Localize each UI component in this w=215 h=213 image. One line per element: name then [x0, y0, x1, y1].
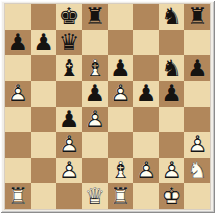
square-b4[interactable] — [31, 107, 57, 133]
white-pawn-outline: ♙ — [84, 108, 105, 131]
black-queen-fill: ♛ — [59, 31, 80, 54]
white-pawn-icon[interactable]: ♟♙ — [159, 158, 185, 184]
white-pawn-outline: ♙ — [161, 159, 182, 182]
black-pawn-icon[interactable]: ♟ — [184, 55, 210, 81]
black-king-icon[interactable]: ♚ — [56, 4, 82, 30]
white-pawn-outline: ♙ — [59, 133, 80, 156]
white-knight-icon[interactable]: ♞♘ — [184, 158, 210, 184]
square-b2[interactable] — [31, 158, 57, 184]
square-g1[interactable]: ♚♔ — [159, 183, 185, 209]
black-rook-fill: ♜ — [187, 5, 208, 28]
square-h2[interactable]: ♞♘ — [184, 158, 210, 184]
square-g6[interactable]: ♞ — [159, 55, 185, 81]
square-a8[interactable] — [5, 4, 31, 30]
square-d3[interactable] — [82, 132, 108, 158]
black-pawn-fill: ♟ — [187, 57, 208, 80]
white-pawn-outline: ♙ — [136, 159, 157, 182]
square-g5[interactable]: ♟ — [159, 81, 185, 107]
black-pawn-icon[interactable]: ♟ — [5, 30, 31, 56]
square-e8[interactable] — [108, 4, 134, 30]
square-a6[interactable] — [5, 55, 31, 81]
square-h8[interactable]: ♜ — [184, 4, 210, 30]
square-h3[interactable]: ♟♙ — [184, 132, 210, 158]
black-pawn-fill: ♟ — [110, 57, 131, 80]
black-pawn-fill: ♟ — [84, 82, 105, 105]
white-bishop-icon[interactable]: ♝♗ — [82, 55, 108, 81]
black-rook-icon[interactable]: ♜ — [82, 4, 108, 30]
black-bishop-fill: ♝ — [59, 57, 80, 80]
black-rook-icon[interactable]: ♜ — [184, 4, 210, 30]
white-queen-outline: ♕ — [84, 185, 105, 208]
square-f7[interactable] — [133, 30, 159, 56]
white-pawn-outline: ♙ — [110, 82, 131, 105]
white-rook-icon[interactable]: ♜♖ — [108, 183, 134, 209]
white-pawn-outline: ♙ — [8, 82, 29, 105]
white-pawn-outline: ♙ — [59, 159, 80, 182]
square-d2[interactable] — [82, 158, 108, 184]
square-e4[interactable] — [108, 107, 134, 133]
white-pawn-icon[interactable]: ♟♙ — [108, 81, 134, 107]
white-rook-outline: ♖ — [110, 185, 131, 208]
white-queen-icon[interactable]: ♛♕ — [82, 183, 108, 209]
black-pawn-icon[interactable]: ♟ — [108, 55, 134, 81]
square-c4[interactable]: ♟ — [56, 107, 82, 133]
square-c7[interactable]: ♛ — [56, 30, 82, 56]
square-d6[interactable]: ♝♗ — [82, 55, 108, 81]
chess-window-frame: ♚♜♞♜♟♟♛♝♝♗♟♞♟♟♙♟♟♙♟♟♟♟♙♟♙♟♙♟♙♝♗♟♙♟♙♞♘♜♖♛… — [0, 0, 215, 213]
square-f5[interactable]: ♟ — [133, 81, 159, 107]
white-bishop-outline: ♗ — [84, 57, 105, 80]
square-e6[interactable]: ♟ — [108, 55, 134, 81]
black-knight-fill: ♞ — [161, 57, 182, 80]
white-pawn-icon[interactable]: ♟♙ — [56, 132, 82, 158]
square-h4[interactable] — [184, 107, 210, 133]
square-f3[interactable] — [133, 132, 159, 158]
square-d5[interactable]: ♟ — [82, 81, 108, 107]
square-f8[interactable] — [133, 4, 159, 30]
white-bishop-outline: ♗ — [110, 159, 131, 182]
black-knight-icon[interactable]: ♞ — [159, 55, 185, 81]
white-pawn-icon[interactable]: ♟♙ — [82, 107, 108, 133]
square-h5[interactable] — [184, 81, 210, 107]
white-pawn-icon[interactable]: ♟♙ — [133, 158, 159, 184]
white-pawn-icon[interactable]: ♟♙ — [5, 81, 31, 107]
black-queen-icon[interactable]: ♛ — [56, 30, 82, 56]
black-pawn-icon[interactable]: ♟ — [31, 30, 57, 56]
white-knight-outline: ♘ — [187, 159, 208, 182]
black-pawn-fill: ♟ — [136, 82, 157, 105]
square-a4[interactable] — [5, 107, 31, 133]
black-pawn-icon[interactable]: ♟ — [159, 81, 185, 107]
square-c2[interactable]: ♟♙ — [56, 158, 82, 184]
black-pawn-fill: ♟ — [59, 108, 80, 131]
square-f1[interactable] — [133, 183, 159, 209]
square-a3[interactable] — [5, 132, 31, 158]
square-e7[interactable] — [108, 30, 134, 56]
square-a7[interactable]: ♟ — [5, 30, 31, 56]
square-f6[interactable] — [133, 55, 159, 81]
square-c8[interactable]: ♚ — [56, 4, 82, 30]
black-pawn-fill: ♟ — [8, 31, 29, 54]
white-pawn-icon[interactable]: ♟♙ — [56, 158, 82, 184]
square-e3[interactable] — [108, 132, 134, 158]
square-g3[interactable] — [159, 132, 185, 158]
white-bishop-icon[interactable]: ♝♗ — [108, 158, 134, 184]
square-d4[interactable]: ♟♙ — [82, 107, 108, 133]
black-bishop-icon[interactable]: ♝ — [56, 55, 82, 81]
square-b6[interactable] — [31, 55, 57, 81]
square-d8[interactable]: ♜ — [82, 4, 108, 30]
black-rook-fill: ♜ — [84, 5, 105, 28]
square-g4[interactable] — [159, 107, 185, 133]
square-b5[interactable] — [31, 81, 57, 107]
white-rook-icon[interactable]: ♜♖ — [5, 183, 31, 209]
white-rook-outline: ♖ — [8, 185, 29, 208]
white-king-outline: ♔ — [161, 185, 182, 208]
black-knight-fill: ♞ — [161, 5, 182, 28]
square-h6[interactable]: ♟ — [184, 55, 210, 81]
square-a5[interactable]: ♟♙ — [5, 81, 31, 107]
white-pawn-icon[interactable]: ♟♙ — [184, 132, 210, 158]
white-king-icon[interactable]: ♚♔ — [159, 183, 185, 209]
chess-board: ♚♜♞♜♟♟♛♝♝♗♟♞♟♟♙♟♟♙♟♟♟♟♙♟♙♟♙♟♙♝♗♟♙♟♙♞♘♜♖♛… — [5, 4, 210, 209]
square-c1[interactable] — [56, 183, 82, 209]
black-pawn-fill: ♟ — [33, 31, 54, 54]
square-d7[interactable] — [82, 30, 108, 56]
square-a2[interactable] — [5, 158, 31, 184]
square-a1[interactable]: ♜♖ — [5, 183, 31, 209]
square-e5[interactable]: ♟♙ — [108, 81, 134, 107]
square-b7[interactable]: ♟ — [31, 30, 57, 56]
square-b8[interactable] — [31, 4, 57, 30]
square-g7[interactable] — [159, 30, 185, 56]
black-pawn-icon[interactable]: ♟ — [133, 81, 159, 107]
square-c5[interactable] — [56, 81, 82, 107]
black-pawn-icon[interactable]: ♟ — [56, 107, 82, 133]
square-g2[interactable]: ♟♙ — [159, 158, 185, 184]
square-c6[interactable]: ♝ — [56, 55, 82, 81]
square-h7[interactable] — [184, 30, 210, 56]
black-king-fill: ♚ — [59, 5, 80, 28]
square-d1[interactable]: ♛♕ — [82, 183, 108, 209]
black-pawn-fill: ♟ — [161, 82, 182, 105]
square-f4[interactable] — [133, 107, 159, 133]
square-h1[interactable] — [184, 183, 210, 209]
square-b3[interactable] — [31, 132, 57, 158]
square-c3[interactable]: ♟♙ — [56, 132, 82, 158]
square-b1[interactable] — [31, 183, 57, 209]
square-g8[interactable]: ♞ — [159, 4, 185, 30]
white-pawn-outline: ♙ — [187, 133, 208, 156]
square-f2[interactable]: ♟♙ — [133, 158, 159, 184]
black-knight-icon[interactable]: ♞ — [159, 4, 185, 30]
square-e2[interactable]: ♝♗ — [108, 158, 134, 184]
black-pawn-icon[interactable]: ♟ — [82, 81, 108, 107]
square-e1[interactable]: ♜♖ — [108, 183, 134, 209]
